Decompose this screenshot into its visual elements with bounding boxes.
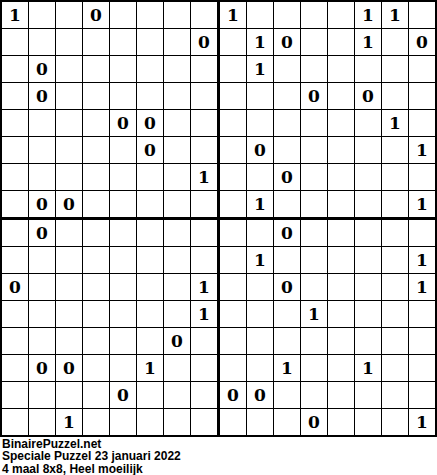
cell-r1c5[interactable] <box>110 2 137 29</box>
cell-r12c10[interactable] <box>247 301 274 328</box>
cell-r14c14: 1 <box>355 355 382 382</box>
cell-r7c16[interactable] <box>409 164 435 191</box>
cell-r11c15[interactable] <box>382 274 409 301</box>
cell-r14c16[interactable] <box>409 355 435 382</box>
cell-r10c1[interactable] <box>2 247 29 274</box>
cell-r12c16[interactable] <box>409 301 435 328</box>
cell-r7c3[interactable] <box>56 164 83 191</box>
cell-r6c14[interactable] <box>355 137 382 164</box>
cell-r1c2[interactable] <box>29 2 56 29</box>
cell-r6c9[interactable] <box>220 137 247 164</box>
cell-r9c11: 0 <box>274 220 301 247</box>
cell-r4c5[interactable] <box>110 83 137 110</box>
cell-r2c13[interactable] <box>328 29 355 56</box>
cell-r3c12[interactable] <box>301 56 328 83</box>
cell-r13c12[interactable] <box>301 328 328 355</box>
cell-r9c8[interactable] <box>191 220 220 247</box>
cell-r13c11[interactable] <box>274 328 301 355</box>
cell-r11c1: 0 <box>2 274 29 301</box>
cell-r6c5[interactable] <box>110 137 137 164</box>
cell-r4c3[interactable] <box>56 83 83 110</box>
cell-r8c1[interactable] <box>2 191 29 220</box>
cell-r3c8[interactable] <box>191 56 220 83</box>
cell-r5c7[interactable] <box>164 110 191 137</box>
cell-r9c5[interactable] <box>110 220 137 247</box>
cell-r5c1[interactable] <box>2 110 29 137</box>
cell-r12c1[interactable] <box>2 301 29 328</box>
cell-r10c12[interactable] <box>301 247 328 274</box>
cell-r16c9[interactable] <box>220 409 247 435</box>
cell-r11c12[interactable] <box>301 274 328 301</box>
cell-r16c10[interactable] <box>247 409 274 435</box>
cell-r10c3[interactable] <box>56 247 83 274</box>
cell-r6c16: 1 <box>409 137 435 164</box>
cell-r6c3[interactable] <box>56 137 83 164</box>
cell-r16c2[interactable] <box>29 409 56 435</box>
cell-r9c7[interactable] <box>164 220 191 247</box>
cell-r1c6[interactable] <box>137 2 164 29</box>
cell-r10c9[interactable] <box>220 247 247 274</box>
cell-r15c5: 0 <box>110 382 137 409</box>
cell-r15c9: 0 <box>220 382 247 409</box>
cell-r1c1: 1 <box>2 2 29 29</box>
cell-r1c13[interactable] <box>328 2 355 29</box>
cell-r3c7[interactable] <box>164 56 191 83</box>
cell-r9c13[interactable] <box>328 220 355 247</box>
cell-r6c7[interactable] <box>164 137 191 164</box>
cell-r11c10[interactable] <box>247 274 274 301</box>
cell-r13c16[interactable] <box>409 328 435 355</box>
cell-r11c5[interactable] <box>110 274 137 301</box>
cell-r12c13[interactable] <box>328 301 355 328</box>
cell-r5c2[interactable] <box>29 110 56 137</box>
cell-r7c12[interactable] <box>301 164 328 191</box>
cell-r6c6: 0 <box>137 137 164 164</box>
cell-r16c7[interactable] <box>164 409 191 435</box>
cell-r13c14[interactable] <box>355 328 382 355</box>
cell-r15c11[interactable] <box>274 382 301 409</box>
cell-r14c4[interactable] <box>83 355 110 382</box>
cell-r16c5[interactable] <box>110 409 137 435</box>
cell-r13c8[interactable] <box>191 328 220 355</box>
cell-r4c7[interactable] <box>164 83 191 110</box>
cell-r15c2[interactable] <box>29 382 56 409</box>
cell-r9c16[interactable] <box>409 220 435 247</box>
cell-r11c4[interactable] <box>83 274 110 301</box>
cell-r12c15[interactable] <box>382 301 409 328</box>
cell-r7c5[interactable] <box>110 164 137 191</box>
cell-r4c2: 0 <box>29 83 56 110</box>
cell-r15c15[interactable] <box>382 382 409 409</box>
cell-r4c4[interactable] <box>83 83 110 110</box>
cell-r10c14[interactable] <box>355 247 382 274</box>
cell-r9c9[interactable] <box>220 220 247 247</box>
cell-r13c15[interactable] <box>382 328 409 355</box>
cell-r10c15[interactable] <box>382 247 409 274</box>
cell-r10c10: 1 <box>247 247 274 274</box>
cell-r2c16: 0 <box>409 29 435 56</box>
cell-r7c4[interactable] <box>83 164 110 191</box>
cell-r2c15[interactable] <box>382 29 409 56</box>
cell-r12c14[interactable] <box>355 301 382 328</box>
cell-r10c11[interactable] <box>274 247 301 274</box>
cell-r5c12[interactable] <box>301 110 328 137</box>
cell-r1c14: 1 <box>355 2 382 29</box>
cell-r6c4[interactable] <box>83 137 110 164</box>
cell-r16c12: 0 <box>301 409 328 435</box>
cell-r4c11[interactable] <box>274 83 301 110</box>
cell-r14c9[interactable] <box>220 355 247 382</box>
cell-r7c9[interactable] <box>220 164 247 191</box>
cell-r9c6[interactable] <box>137 220 164 247</box>
cell-r1c12[interactable] <box>301 2 328 29</box>
cell-r8c14[interactable] <box>355 191 382 220</box>
cell-r13c4[interactable] <box>83 328 110 355</box>
cell-r10c5[interactable] <box>110 247 137 274</box>
cell-r14c2: 0 <box>29 355 56 382</box>
cell-r2c1[interactable] <box>2 29 29 56</box>
cell-r11c11: 0 <box>274 274 301 301</box>
puzzle-footer: BinairePuzzel.net Speciale Puzzel 23 jan… <box>0 437 437 475</box>
cell-r12c12: 1 <box>301 301 328 328</box>
cell-r5c6: 0 <box>137 110 164 137</box>
cell-r13c6[interactable] <box>137 328 164 355</box>
cell-r12c11[interactable] <box>274 301 301 328</box>
cell-r14c3: 0 <box>56 355 83 382</box>
cell-r8c16: 1 <box>409 191 435 220</box>
cell-r8c10: 1 <box>247 191 274 220</box>
cell-r5c8[interactable] <box>191 110 220 137</box>
cell-r14c13[interactable] <box>328 355 355 382</box>
cell-r5c5: 0 <box>110 110 137 137</box>
cell-r16c4[interactable] <box>83 409 110 435</box>
cell-r5c9[interactable] <box>220 110 247 137</box>
cell-r5c14[interactable] <box>355 110 382 137</box>
cell-r4c10[interactable] <box>247 83 274 110</box>
cell-r9c14[interactable] <box>355 220 382 247</box>
cell-r5c13[interactable] <box>328 110 355 137</box>
cell-r7c2[interactable] <box>29 164 56 191</box>
cell-r6c8[interactable] <box>191 137 220 164</box>
puzzle-board: 1011101010010000010011000110011010111000… <box>0 0 437 437</box>
cell-r13c10[interactable] <box>247 328 274 355</box>
cell-r11c13[interactable] <box>328 274 355 301</box>
cell-r16c14[interactable] <box>355 409 382 435</box>
cell-r2c8: 0 <box>191 29 220 56</box>
cell-r12c3[interactable] <box>56 301 83 328</box>
cell-r14c11: 1 <box>274 355 301 382</box>
cell-r8c13[interactable] <box>328 191 355 220</box>
cell-r7c8: 1 <box>191 164 220 191</box>
cell-r4c14: 0 <box>355 83 382 110</box>
binary-puzzle-page: 1011101010010000010011000110011010111000… <box>0 0 437 475</box>
cell-r11c14[interactable] <box>355 274 382 301</box>
cell-r13c5[interactable] <box>110 328 137 355</box>
cell-r13c3[interactable] <box>56 328 83 355</box>
cell-r15c1[interactable] <box>2 382 29 409</box>
cell-r2c14: 1 <box>355 29 382 56</box>
cell-r9c3[interactable] <box>56 220 83 247</box>
cell-r13c13[interactable] <box>328 328 355 355</box>
cell-r15c8[interactable] <box>191 382 220 409</box>
cell-r14c10[interactable] <box>247 355 274 382</box>
cell-r13c7: 0 <box>164 328 191 355</box>
cell-r7c14[interactable] <box>355 164 382 191</box>
cell-r2c11: 0 <box>274 29 301 56</box>
cell-r5c11[interactable] <box>274 110 301 137</box>
cell-r14c12[interactable] <box>301 355 328 382</box>
cell-r2c12[interactable] <box>301 29 328 56</box>
cell-r1c4: 0 <box>83 2 110 29</box>
cell-r9c4[interactable] <box>83 220 110 247</box>
cell-r1c11[interactable] <box>274 2 301 29</box>
cell-r4c12: 0 <box>301 83 328 110</box>
cell-r8c6[interactable] <box>137 191 164 220</box>
cell-r9c2: 0 <box>29 220 56 247</box>
cell-r3c9[interactable] <box>220 56 247 83</box>
cell-r1c8[interactable] <box>191 2 220 29</box>
cell-r6c12[interactable] <box>301 137 328 164</box>
cell-r15c16[interactable] <box>409 382 435 409</box>
cell-r16c13[interactable] <box>328 409 355 435</box>
cell-r12c5[interactable] <box>110 301 137 328</box>
cell-r5c3[interactable] <box>56 110 83 137</box>
cell-r16c6[interactable] <box>137 409 164 435</box>
cell-r13c2[interactable] <box>29 328 56 355</box>
cell-r1c3[interactable] <box>56 2 83 29</box>
cell-r7c15[interactable] <box>382 164 409 191</box>
cell-r12c6[interactable] <box>137 301 164 328</box>
cell-r8c15[interactable] <box>382 191 409 220</box>
cell-r7c13[interactable] <box>328 164 355 191</box>
cell-r15c6[interactable] <box>137 382 164 409</box>
cell-r8c2: 0 <box>29 191 56 220</box>
cell-r8c9[interactable] <box>220 191 247 220</box>
cell-r16c3: 1 <box>56 409 83 435</box>
cell-r2c6[interactable] <box>137 29 164 56</box>
cell-r4c15[interactable] <box>382 83 409 110</box>
cell-r14c6: 1 <box>137 355 164 382</box>
cell-r15c14[interactable] <box>355 382 382 409</box>
cell-r14c8[interactable] <box>191 355 220 382</box>
cell-r1c10[interactable] <box>247 2 274 29</box>
cell-r12c2[interactable] <box>29 301 56 328</box>
cell-r2c9[interactable] <box>220 29 247 56</box>
cell-r8c8[interactable] <box>191 191 220 220</box>
cell-r14c15[interactable] <box>382 355 409 382</box>
cell-r8c3: 0 <box>56 191 83 220</box>
cell-r4c9[interactable] <box>220 83 247 110</box>
cell-r11c8: 1 <box>191 274 220 301</box>
cell-r12c8: 1 <box>191 301 220 328</box>
cell-r3c16[interactable] <box>409 56 435 83</box>
cell-r4c13[interactable] <box>328 83 355 110</box>
cell-r11c7[interactable] <box>164 274 191 301</box>
cell-r13c9[interactable] <box>220 328 247 355</box>
cell-r12c7[interactable] <box>164 301 191 328</box>
cell-r9c15[interactable] <box>382 220 409 247</box>
cell-r7c1[interactable] <box>2 164 29 191</box>
cell-r10c4[interactable] <box>83 247 110 274</box>
cell-r15c3[interactable] <box>56 382 83 409</box>
cell-r4c6[interactable] <box>137 83 164 110</box>
cell-r14c5[interactable] <box>110 355 137 382</box>
cell-r16c1[interactable] <box>2 409 29 435</box>
cell-r10c8[interactable] <box>191 247 220 274</box>
cell-r6c10: 0 <box>247 137 274 164</box>
cell-r7c6[interactable] <box>137 164 164 191</box>
cell-r16c16: 1 <box>409 409 435 435</box>
cell-r1c9: 1 <box>220 2 247 29</box>
cell-r4c8[interactable] <box>191 83 220 110</box>
cell-r3c10: 1 <box>247 56 274 83</box>
cell-r11c3[interactable] <box>56 274 83 301</box>
cell-r1c16[interactable] <box>409 2 435 29</box>
cell-r7c10[interactable] <box>247 164 274 191</box>
puzzle-title: Speciale Puzzel 23 januari 2022 <box>2 450 437 462</box>
cell-r3c2: 0 <box>29 56 56 83</box>
cell-r10c2[interactable] <box>29 247 56 274</box>
cell-r5c16[interactable] <box>409 110 435 137</box>
cell-r3c14[interactable] <box>355 56 382 83</box>
cell-r5c4[interactable] <box>83 110 110 137</box>
cell-r15c10: 0 <box>247 382 274 409</box>
cell-r8c5[interactable] <box>110 191 137 220</box>
cell-r8c7[interactable] <box>164 191 191 220</box>
cell-r2c4[interactable] <box>83 29 110 56</box>
cell-r15c13[interactable] <box>328 382 355 409</box>
cell-r7c11: 0 <box>274 164 301 191</box>
cell-r14c1[interactable] <box>2 355 29 382</box>
cell-r3c15[interactable] <box>382 56 409 83</box>
cell-r6c2[interactable] <box>29 137 56 164</box>
cell-r8c12[interactable] <box>301 191 328 220</box>
cell-r5c10[interactable] <box>247 110 274 137</box>
cell-r10c7[interactable] <box>164 247 191 274</box>
cell-r3c4[interactable] <box>83 56 110 83</box>
cell-r6c15[interactable] <box>382 137 409 164</box>
cell-r14c7[interactable] <box>164 355 191 382</box>
cell-r16c15[interactable] <box>382 409 409 435</box>
cell-r12c4[interactable] <box>83 301 110 328</box>
cell-r15c4[interactable] <box>83 382 110 409</box>
cell-r9c12[interactable] <box>301 220 328 247</box>
cell-r2c7[interactable] <box>164 29 191 56</box>
cell-r2c2[interactable] <box>29 29 56 56</box>
cell-r4c16[interactable] <box>409 83 435 110</box>
cell-r16c8[interactable] <box>191 409 220 435</box>
cell-r3c6[interactable] <box>137 56 164 83</box>
puzzle-difficulty: 4 maal 8x8, Heel moeilijk <box>2 463 437 475</box>
cell-r3c1[interactable] <box>2 56 29 83</box>
cell-r3c5[interactable] <box>110 56 137 83</box>
cell-r10c16: 1 <box>409 247 435 274</box>
cell-r3c3[interactable] <box>56 56 83 83</box>
cell-r3c11[interactable] <box>274 56 301 83</box>
cell-r1c7[interactable] <box>164 2 191 29</box>
cell-r15c12[interactable] <box>301 382 328 409</box>
cell-r11c9[interactable] <box>220 274 247 301</box>
cell-r1c15: 1 <box>382 2 409 29</box>
cell-r12c9[interactable] <box>220 301 247 328</box>
cell-r6c1[interactable] <box>2 137 29 164</box>
cell-r15c7[interactable] <box>164 382 191 409</box>
cell-r7c7[interactable] <box>164 164 191 191</box>
cell-r16c11[interactable] <box>274 409 301 435</box>
cell-r5c15: 1 <box>382 110 409 137</box>
cell-r11c6[interactable] <box>137 274 164 301</box>
cell-r2c3[interactable] <box>56 29 83 56</box>
cell-r2c5[interactable] <box>110 29 137 56</box>
cell-r6c11[interactable] <box>274 137 301 164</box>
cell-r10c13[interactable] <box>328 247 355 274</box>
cell-r8c11[interactable] <box>274 191 301 220</box>
cell-r9c1[interactable] <box>2 220 29 247</box>
cell-r4c1[interactable] <box>2 83 29 110</box>
cell-r6c13[interactable] <box>328 137 355 164</box>
cell-r13c1[interactable] <box>2 328 29 355</box>
cell-r8c4[interactable] <box>83 191 110 220</box>
cell-r3c13[interactable] <box>328 56 355 83</box>
cell-r11c2[interactable] <box>29 274 56 301</box>
cell-r11c16: 1 <box>409 274 435 301</box>
cell-r2c10: 1 <box>247 29 274 56</box>
cell-r9c10[interactable] <box>247 220 274 247</box>
cell-r10c6[interactable] <box>137 247 164 274</box>
